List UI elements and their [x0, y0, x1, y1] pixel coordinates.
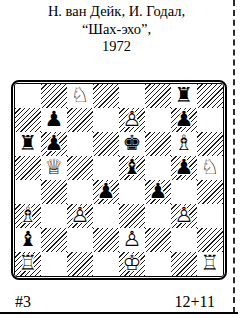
square-a8 [15, 84, 41, 108]
square-e6: ♚♚ [119, 132, 145, 156]
black-rook: ♜ [19, 133, 38, 154]
square-h2 [197, 228, 223, 252]
piece-halo: ♝ [19, 229, 38, 250]
square-d3 [93, 204, 119, 228]
white-pawn: ♙ [123, 229, 142, 250]
square-e4 [119, 180, 145, 204]
square-e7: ♟♙ [119, 108, 145, 132]
square-g3: ♟♙ [171, 204, 197, 228]
chess-board-inner-frame: ♞♘♜♜♟♟♟♙♟♟♜♜♟♟♚♚♝♗♛♕♝♝♟♟♞♘♟♟♟♟♝♗♟♙♟♙♝♝♟♙… [14, 83, 224, 277]
square-c4 [67, 180, 93, 204]
square-b1 [41, 252, 67, 276]
square-a7 [15, 108, 41, 132]
piece-halo: ♜ [175, 85, 194, 106]
square-g1 [171, 252, 197, 276]
square-b6: ♟♟ [41, 132, 67, 156]
square-e8 [119, 84, 145, 108]
square-c2 [67, 228, 93, 252]
square-b7: ♟♟ [41, 108, 67, 132]
square-g7: ♟♟ [171, 108, 197, 132]
square-f4: ♟♟ [145, 180, 171, 204]
square-f6 [145, 132, 171, 156]
square-h3 [197, 204, 223, 228]
square-d4: ♟♟ [93, 180, 119, 204]
square-a4 [15, 180, 41, 204]
problem-caption: #3 12+11 [15, 293, 215, 311]
piece-halo: ♛ [45, 157, 64, 178]
piece-halo: ♜ [19, 253, 38, 274]
square-b3 [41, 204, 67, 228]
black-pawn: ♟ [175, 109, 194, 130]
square-h7 [197, 108, 223, 132]
white-king: ♔ [123, 253, 142, 274]
piece-halo: ♝ [175, 133, 194, 154]
black-king: ♚ [123, 133, 142, 154]
source-line: “Шах-эхо”, [0, 21, 233, 39]
piece-halo: ♚ [123, 253, 142, 274]
square-f8 [145, 84, 171, 108]
square-d6 [93, 132, 119, 156]
square-b8 [41, 84, 67, 108]
piece-halo: ♟ [175, 157, 194, 178]
square-f1 [145, 252, 171, 276]
chess-board: ♞♘♜♜♟♟♟♙♟♟♜♜♟♟♚♚♝♗♛♕♝♝♟♟♞♘♟♟♟♟♝♗♟♙♟♙♝♝♟♙… [15, 84, 223, 276]
square-d7 [93, 108, 119, 132]
square-g8: ♜♜ [171, 84, 197, 108]
white-bishop: ♗ [175, 133, 194, 154]
black-pawn: ♟ [45, 133, 64, 154]
square-a5 [15, 156, 41, 180]
piece-halo: ♟ [123, 109, 142, 130]
black-pawn: ♟ [175, 157, 194, 178]
square-f3 [145, 204, 171, 228]
square-g6: ♝♗ [171, 132, 197, 156]
piece-halo: ♟ [45, 109, 64, 130]
white-pawn: ♙ [71, 205, 90, 226]
white-knight: ♘ [71, 85, 90, 106]
square-b4 [41, 180, 67, 204]
piece-halo: ♟ [97, 181, 116, 202]
square-b5: ♛♕ [41, 156, 67, 180]
white-pawn: ♙ [175, 205, 194, 226]
square-d2 [93, 228, 119, 252]
square-c5 [67, 156, 93, 180]
piece-halo: ♟ [149, 181, 168, 202]
square-c8: ♞♘ [67, 84, 93, 108]
square-h1: ♜♖ [197, 252, 223, 276]
white-rook: ♖ [19, 253, 38, 274]
piece-halo: ♞ [201, 157, 220, 178]
square-a1: ♜♖ [15, 252, 41, 276]
square-g5: ♟♟ [171, 156, 197, 180]
scanned-problem-page: Н. ван Дейк, И. Годал, “Шах-эхо”, 1972 ♞… [0, 0, 243, 318]
white-queen: ♕ [45, 157, 64, 178]
square-d5 [93, 156, 119, 180]
square-g4 [171, 180, 197, 204]
piece-halo: ♟ [123, 229, 142, 250]
square-e5: ♝♝ [119, 156, 145, 180]
white-pawn: ♙ [123, 109, 142, 130]
square-d8 [93, 84, 119, 108]
square-f2 [145, 228, 171, 252]
piece-halo: ♟ [71, 205, 90, 226]
piece-halo: ♝ [19, 205, 38, 226]
piece-halo: ♜ [19, 133, 38, 154]
year-line: 1972 [0, 38, 233, 56]
black-bishop: ♝ [19, 229, 38, 250]
square-a6: ♜♜ [15, 132, 41, 156]
square-e1: ♚♔ [119, 252, 145, 276]
square-g2 [171, 228, 197, 252]
square-h5: ♞♘ [197, 156, 223, 180]
piece-halo: ♟ [175, 109, 194, 130]
black-bishop: ♝ [123, 157, 142, 178]
bottom-rule [0, 312, 238, 314]
piece-halo: ♟ [175, 205, 194, 226]
piece-halo: ♝ [123, 157, 142, 178]
square-a3: ♝♗ [15, 204, 41, 228]
square-c1 [67, 252, 93, 276]
square-e3 [119, 204, 145, 228]
piece-halo: ♜ [201, 253, 220, 274]
piece-halo: ♞ [71, 85, 90, 106]
square-b2 [41, 228, 67, 252]
chess-board-frame: ♞♘♜♜♟♟♟♙♟♟♜♜♟♟♚♚♝♗♛♕♝♝♟♟♞♘♟♟♟♟♝♗♟♙♟♙♝♝♟♙… [11, 80, 227, 280]
square-c7 [67, 108, 93, 132]
square-h6 [197, 132, 223, 156]
stipulation-label: #3 [15, 293, 31, 311]
square-e2: ♟♙ [119, 228, 145, 252]
white-bishop: ♗ [19, 205, 38, 226]
black-rook: ♜ [175, 85, 194, 106]
material-count-label: 12+11 [175, 293, 215, 311]
square-a2: ♝♝ [15, 228, 41, 252]
white-rook: ♖ [201, 253, 220, 274]
black-pawn: ♟ [97, 181, 116, 202]
dashed-crop-line [233, 0, 235, 313]
black-pawn: ♟ [149, 181, 168, 202]
piece-halo: ♚ [123, 133, 142, 154]
square-d1 [93, 252, 119, 276]
white-knight: ♘ [201, 157, 220, 178]
square-f7 [145, 108, 171, 132]
piece-halo: ♟ [45, 133, 64, 154]
square-c6 [67, 132, 93, 156]
problem-header: Н. ван Дейк, И. Годал, “Шах-эхо”, 1972 [0, 3, 233, 56]
square-h8 [197, 84, 223, 108]
square-h4 [197, 180, 223, 204]
square-f5 [145, 156, 171, 180]
authors-line: Н. ван Дейк, И. Годал, [0, 3, 233, 21]
square-c3: ♟♙ [67, 204, 93, 228]
black-pawn: ♟ [45, 109, 64, 130]
